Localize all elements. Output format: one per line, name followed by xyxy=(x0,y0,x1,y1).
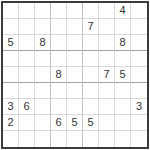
cell-r4c7[interactable] xyxy=(99,51,115,67)
cell-r5c4[interactable]: 8 xyxy=(51,67,67,83)
cell-r6c1[interactable] xyxy=(3,83,19,99)
cell-r2c1[interactable] xyxy=(3,19,19,35)
cell-r1c2[interactable] xyxy=(19,3,35,19)
cell-r3c6[interactable] xyxy=(83,35,99,51)
cell-r7c4[interactable] xyxy=(51,99,67,115)
cell-r8c2[interactable] xyxy=(19,115,35,131)
cell-r1c5[interactable] xyxy=(67,3,83,19)
cell-r7c9[interactable]: 3 xyxy=(131,99,147,115)
cell-r9c5[interactable] xyxy=(67,131,83,147)
cell-r9c3[interactable] xyxy=(35,131,51,147)
given-digit: 8 xyxy=(119,37,125,48)
cell-r2c7[interactable] xyxy=(99,19,115,35)
cell-r7c5[interactable] xyxy=(67,99,83,115)
cell-r3c7[interactable] xyxy=(99,35,115,51)
cell-r4c3[interactable] xyxy=(35,51,51,67)
cell-r7c7[interactable] xyxy=(99,99,115,115)
given-digit: 8 xyxy=(55,69,61,80)
cell-r6c3[interactable] xyxy=(35,83,51,99)
cell-r3c1[interactable]: 5 xyxy=(3,35,19,51)
cell-r2c6[interactable]: 7 xyxy=(83,19,99,35)
cell-r1c6[interactable] xyxy=(83,3,99,19)
cell-r8c5[interactable]: 5 xyxy=(67,115,83,131)
given-digit: 6 xyxy=(55,117,61,128)
given-digit: 5 xyxy=(71,117,77,128)
cell-r9c9[interactable] xyxy=(131,131,147,147)
cell-r9c6[interactable] xyxy=(83,131,99,147)
given-digit: 5 xyxy=(119,69,125,80)
cell-r4c4[interactable] xyxy=(51,51,67,67)
given-digit: 6 xyxy=(23,101,29,112)
cell-r4c8[interactable] xyxy=(115,51,131,67)
sudoku-board: 475888753632655 xyxy=(1,1,149,149)
cell-r5c7[interactable]: 7 xyxy=(99,67,115,83)
cell-r7c3[interactable] xyxy=(35,99,51,115)
cell-r9c7[interactable] xyxy=(99,131,115,147)
cell-r7c1[interactable]: 3 xyxy=(3,99,19,115)
cell-r3c5[interactable] xyxy=(67,35,83,51)
cell-r2c5[interactable] xyxy=(67,19,83,35)
cell-r8c9[interactable] xyxy=(131,115,147,131)
cell-r7c6[interactable] xyxy=(83,99,99,115)
cell-r4c9[interactable] xyxy=(131,51,147,67)
cell-r3c8[interactable]: 8 xyxy=(115,35,131,51)
cell-r6c2[interactable] xyxy=(19,83,35,99)
cell-r4c6[interactable] xyxy=(83,51,99,67)
cell-r1c8[interactable]: 4 xyxy=(115,3,131,19)
cell-r6c5[interactable] xyxy=(67,83,83,99)
given-digit: 5 xyxy=(87,117,93,128)
cell-r2c8[interactable] xyxy=(115,19,131,35)
cell-r3c9[interactable] xyxy=(131,35,147,51)
cell-r9c1[interactable] xyxy=(3,131,19,147)
cell-r4c2[interactable] xyxy=(19,51,35,67)
cell-r8c6[interactable]: 5 xyxy=(83,115,99,131)
cell-r4c5[interactable] xyxy=(67,51,83,67)
cell-r1c9[interactable] xyxy=(131,3,147,19)
cell-r8c8[interactable] xyxy=(115,115,131,131)
cell-r8c3[interactable] xyxy=(35,115,51,131)
cell-r5c1[interactable] xyxy=(3,67,19,83)
cell-r3c3[interactable]: 8 xyxy=(35,35,51,51)
cell-r6c6[interactable] xyxy=(83,83,99,99)
cell-r8c4[interactable]: 6 xyxy=(51,115,67,131)
cell-r6c4[interactable] xyxy=(51,83,67,99)
given-digit: 2 xyxy=(7,117,13,128)
given-digit: 7 xyxy=(103,69,109,80)
cell-r6c9[interactable] xyxy=(131,83,147,99)
cell-r2c9[interactable] xyxy=(131,19,147,35)
given-digit: 3 xyxy=(7,101,13,112)
cell-r3c4[interactable] xyxy=(51,35,67,51)
cell-r9c8[interactable] xyxy=(115,131,131,147)
cell-r1c4[interactable] xyxy=(51,3,67,19)
given-digit: 7 xyxy=(87,21,93,32)
given-digit: 3 xyxy=(136,101,142,112)
cell-r1c3[interactable] xyxy=(35,3,51,19)
cell-r2c4[interactable] xyxy=(51,19,67,35)
cell-r9c4[interactable] xyxy=(51,131,67,147)
cell-r4c1[interactable] xyxy=(3,51,19,67)
cell-r5c3[interactable] xyxy=(35,67,51,83)
cell-r6c8[interactable] xyxy=(115,83,131,99)
cell-r5c5[interactable] xyxy=(67,67,83,83)
cell-r7c2[interactable]: 6 xyxy=(19,99,35,115)
cell-r5c2[interactable] xyxy=(19,67,35,83)
cell-r3c2[interactable] xyxy=(19,35,35,51)
given-digit: 8 xyxy=(39,37,45,48)
cell-r1c7[interactable] xyxy=(99,3,115,19)
cell-r5c8[interactable]: 5 xyxy=(115,67,131,83)
given-digit: 4 xyxy=(119,5,125,16)
cell-r5c6[interactable] xyxy=(83,67,99,83)
cell-r8c7[interactable] xyxy=(99,115,115,131)
cell-r7c8[interactable] xyxy=(115,99,131,115)
cell-r2c2[interactable] xyxy=(19,19,35,35)
cell-r1c1[interactable] xyxy=(3,3,19,19)
cell-r8c1[interactable]: 2 xyxy=(3,115,19,131)
given-digit: 5 xyxy=(7,37,13,48)
cell-r9c2[interactable] xyxy=(19,131,35,147)
cell-r6c7[interactable] xyxy=(99,83,115,99)
cell-r2c3[interactable] xyxy=(35,19,51,35)
cell-r5c9[interactable] xyxy=(131,67,147,83)
